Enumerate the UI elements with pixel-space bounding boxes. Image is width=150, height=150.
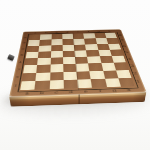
hinge-clasp-icon (7, 54, 15, 61)
chess-board: abcdefgh abcdefgh 87654321 87654321 (9, 29, 146, 96)
square-c1[interactable] (49, 80, 63, 89)
square-b1[interactable] (35, 80, 50, 89)
edge-shade-left (9, 96, 30, 107)
product-photo-scene: abcdefgh abcdefgh 87654321 87654321 (0, 0, 150, 150)
edge-shade-right (132, 92, 147, 102)
square-e1[interactable] (77, 79, 92, 88)
front-edge-fold-seam (79, 94, 80, 104)
square-d1[interactable] (63, 79, 78, 88)
square-h1[interactable] (118, 78, 135, 87)
square-a1[interactable] (20, 81, 35, 90)
